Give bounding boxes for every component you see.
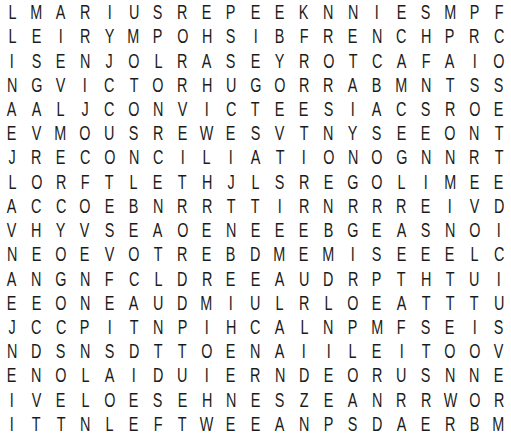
grid-cell[interactable]: A — [49, 0, 73, 24]
grid-cell[interactable]: E — [146, 170, 170, 194]
grid-cell[interactable]: S — [49, 339, 73, 363]
grid-cell[interactable]: V — [462, 194, 486, 218]
grid-cell[interactable]: T — [487, 145, 511, 169]
grid-cell[interactable]: O — [341, 363, 365, 387]
grid-cell[interactable]: O — [170, 24, 194, 48]
grid-cell[interactable]: F — [73, 170, 97, 194]
grid-cell[interactable]: E — [243, 266, 267, 290]
grid-cell[interactable]: C — [49, 194, 73, 218]
grid-cell[interactable]: L — [195, 145, 219, 169]
grid-cell[interactable]: T — [122, 315, 146, 339]
grid-cell[interactable]: G — [24, 73, 48, 97]
grid-cell[interactable]: T — [292, 121, 316, 145]
grid-cell[interactable]: D — [170, 266, 194, 290]
grid-cell[interactable]: A — [268, 412, 292, 436]
grid-cell[interactable]: A — [341, 73, 365, 97]
grid-cell[interactable]: I — [122, 363, 146, 387]
grid-cell[interactable]: N — [0, 73, 24, 97]
grid-cell[interactable]: I — [341, 242, 365, 266]
grid-cell[interactable]: E — [438, 315, 462, 339]
grid-cell[interactable]: M — [316, 242, 340, 266]
grid-cell[interactable]: A — [0, 194, 24, 218]
grid-cell[interactable]: S — [414, 363, 438, 387]
grid-cell[interactable]: I — [462, 315, 486, 339]
grid-cell[interactable]: M — [49, 121, 73, 145]
grid-cell[interactable]: C — [24, 315, 48, 339]
grid-cell[interactable]: L — [0, 0, 24, 24]
grid-cell[interactable]: J — [219, 170, 243, 194]
grid-cell[interactable]: I — [316, 339, 340, 363]
grid-cell[interactable]: L — [146, 266, 170, 290]
grid-cell[interactable]: L — [316, 291, 340, 315]
grid-cell[interactable]: O — [49, 242, 73, 266]
grid-cell[interactable]: A — [389, 48, 413, 72]
grid-cell[interactable]: E — [170, 388, 194, 412]
word-search-grid[interactable]: LMARIUSREPEEKNNIESMPFLEIRYMPOHSIBFRENCHP… — [0, 0, 511, 436]
grid-cell[interactable]: R — [195, 266, 219, 290]
grid-cell[interactable]: E — [243, 388, 267, 412]
grid-cell[interactable]: C — [73, 145, 97, 169]
grid-cell[interactable]: B — [365, 73, 389, 97]
grid-cell[interactable]: F — [414, 48, 438, 72]
grid-cell[interactable]: U — [243, 291, 267, 315]
grid-cell[interactable]: D — [316, 266, 340, 290]
grid-cell[interactable]: T — [438, 73, 462, 97]
grid-cell[interactable]: P — [341, 315, 365, 339]
grid-cell[interactable]: L — [0, 24, 24, 48]
grid-cell[interactable]: R — [24, 145, 48, 169]
grid-cell[interactable]: V — [49, 73, 73, 97]
grid-cell[interactable]: S — [122, 121, 146, 145]
grid-cell[interactable]: T — [414, 339, 438, 363]
grid-cell[interactable]: R — [170, 0, 194, 24]
grid-cell[interactable]: E — [0, 363, 24, 387]
grid-cell[interactable]: I — [49, 24, 73, 48]
grid-cell[interactable]: E — [243, 218, 267, 242]
grid-cell[interactable]: S — [219, 48, 243, 72]
grid-cell[interactable]: N — [365, 388, 389, 412]
grid-cell[interactable]: S — [414, 315, 438, 339]
grid-cell[interactable]: Y — [268, 48, 292, 72]
grid-cell[interactable]: R — [462, 24, 486, 48]
grid-cell[interactable]: C — [487, 242, 511, 266]
grid-cell[interactable]: I — [0, 388, 24, 412]
grid-cell[interactable]: G — [49, 266, 73, 290]
grid-cell[interactable]: N — [438, 218, 462, 242]
grid-cell[interactable]: R — [365, 194, 389, 218]
grid-cell[interactable]: S — [414, 0, 438, 24]
grid-cell[interactable]: M — [365, 315, 389, 339]
grid-cell[interactable]: S — [487, 73, 511, 97]
grid-cell[interactable]: A — [389, 412, 413, 436]
grid-cell[interactable]: T — [438, 291, 462, 315]
grid-cell[interactable]: E — [195, 0, 219, 24]
grid-cell[interactable]: T — [146, 242, 170, 266]
grid-cell[interactable]: R — [341, 194, 365, 218]
grid-cell[interactable]: R — [292, 170, 316, 194]
grid-cell[interactable]: T — [268, 145, 292, 169]
grid-cell[interactable]: O — [316, 48, 340, 72]
grid-cell[interactable]: R — [195, 194, 219, 218]
grid-cell[interactable]: M — [122, 24, 146, 48]
grid-cell[interactable]: E — [122, 412, 146, 436]
grid-cell[interactable]: W — [195, 121, 219, 145]
grid-cell[interactable]: N — [316, 121, 340, 145]
grid-cell[interactable]: N — [316, 194, 340, 218]
grid-cell[interactable]: O — [365, 170, 389, 194]
grid-cell[interactable]: S — [97, 339, 121, 363]
grid-cell[interactable]: M — [195, 291, 219, 315]
grid-cell[interactable]: U — [462, 266, 486, 290]
grid-cell[interactable]: E — [365, 218, 389, 242]
grid-cell[interactable]: D — [292, 363, 316, 387]
grid-cell[interactable]: D — [122, 339, 146, 363]
grid-cell[interactable]: S — [341, 412, 365, 436]
grid-cell[interactable]: N — [292, 412, 316, 436]
grid-cell[interactable]: E — [219, 339, 243, 363]
grid-cell[interactable]: U — [122, 0, 146, 24]
grid-cell[interactable]: L — [0, 170, 24, 194]
grid-cell[interactable]: W — [195, 412, 219, 436]
grid-cell[interactable]: C — [365, 48, 389, 72]
grid-cell[interactable]: R — [243, 363, 267, 387]
grid-cell[interactable]: S — [146, 0, 170, 24]
grid-cell[interactable]: G — [341, 170, 365, 194]
grid-cell[interactable]: R — [170, 194, 194, 218]
grid-cell[interactable]: J — [97, 48, 121, 72]
grid-cell[interactable]: O — [122, 242, 146, 266]
grid-cell[interactable]: E — [219, 412, 243, 436]
grid-cell[interactable]: M — [268, 242, 292, 266]
grid-cell[interactable]: M — [389, 73, 413, 97]
grid-cell[interactable]: I — [219, 145, 243, 169]
grid-cell[interactable]: R — [487, 388, 511, 412]
grid-cell[interactable]: S — [268, 388, 292, 412]
grid-cell[interactable]: L — [268, 291, 292, 315]
grid-cell[interactable]: E — [365, 291, 389, 315]
grid-cell[interactable]: R — [170, 48, 194, 72]
grid-cell[interactable]: N — [73, 266, 97, 290]
grid-cell[interactable]: E — [49, 388, 73, 412]
grid-cell[interactable]: N — [438, 145, 462, 169]
grid-cell[interactable]: E — [316, 388, 340, 412]
grid-cell[interactable]: T — [414, 291, 438, 315]
grid-cell[interactable]: E — [316, 363, 340, 387]
grid-cell[interactable]: E — [49, 48, 73, 72]
grid-cell[interactable]: N — [243, 339, 267, 363]
grid-cell[interactable]: E — [243, 412, 267, 436]
grid-cell[interactable]: H — [414, 24, 438, 48]
grid-cell[interactable]: N — [219, 388, 243, 412]
grid-cell[interactable]: U — [219, 73, 243, 97]
grid-cell[interactable]: H — [195, 24, 219, 48]
grid-cell[interactable]: N — [73, 412, 97, 436]
grid-cell[interactable]: N — [146, 97, 170, 121]
grid-cell[interactable]: V — [170, 97, 194, 121]
grid-cell[interactable]: N — [268, 363, 292, 387]
grid-cell[interactable]: N — [146, 194, 170, 218]
grid-cell[interactable]: N — [414, 73, 438, 97]
grid-cell[interactable]: R — [316, 24, 340, 48]
grid-cell[interactable]: L — [462, 242, 486, 266]
grid-cell[interactable]: Y — [49, 218, 73, 242]
grid-cell[interactable]: V — [0, 218, 24, 242]
grid-cell[interactable]: T — [146, 339, 170, 363]
grid-cell[interactable]: S — [487, 315, 511, 339]
grid-cell[interactable]: A — [268, 315, 292, 339]
grid-cell[interactable]: E — [414, 121, 438, 145]
grid-cell[interactable]: I — [365, 0, 389, 24]
grid-cell[interactable]: S — [97, 218, 121, 242]
grid-cell[interactable]: R — [316, 73, 340, 97]
grid-cell[interactable]: A — [0, 97, 24, 121]
grid-cell[interactable]: N — [24, 363, 48, 387]
grid-cell[interactable]: I — [195, 315, 219, 339]
grid-cell[interactable]: H — [414, 266, 438, 290]
grid-cell[interactable]: E — [268, 97, 292, 121]
grid-cell[interactable]: I — [243, 24, 267, 48]
grid-cell[interactable]: O — [438, 339, 462, 363]
grid-cell[interactable]: T — [49, 412, 73, 436]
grid-cell[interactable]: C — [122, 266, 146, 290]
grid-cell[interactable]: F — [146, 412, 170, 436]
grid-cell[interactable]: E — [487, 97, 511, 121]
grid-cell[interactable]: G — [243, 73, 267, 97]
grid-cell[interactable]: N — [73, 48, 97, 72]
grid-cell[interactable]: N — [219, 218, 243, 242]
grid-cell[interactable]: E — [487, 170, 511, 194]
grid-cell[interactable]: N — [341, 0, 365, 24]
grid-cell[interactable]: E — [389, 121, 413, 145]
grid-cell[interactable]: O — [122, 48, 146, 72]
grid-cell[interactable]: N — [146, 315, 170, 339]
grid-cell[interactable]: C — [389, 97, 413, 121]
grid-cell[interactable]: R — [438, 97, 462, 121]
grid-cell[interactable]: V — [268, 121, 292, 145]
grid-cell[interactable]: R — [49, 170, 73, 194]
grid-cell[interactable]: N — [341, 145, 365, 169]
grid-cell[interactable]: E — [414, 242, 438, 266]
grid-cell[interactable]: I — [97, 0, 121, 24]
grid-cell[interactable]: C — [487, 24, 511, 48]
grid-cell[interactable]: O — [462, 97, 486, 121]
grid-cell[interactable]: T — [170, 412, 194, 436]
grid-cell[interactable]: E — [243, 48, 267, 72]
grid-cell[interactable]: S — [24, 48, 48, 72]
grid-cell[interactable]: N — [24, 266, 48, 290]
grid-cell[interactable]: E — [73, 242, 97, 266]
grid-cell[interactable]: L — [73, 388, 97, 412]
grid-cell[interactable]: V — [487, 339, 511, 363]
grid-cell[interactable]: B — [316, 218, 340, 242]
grid-cell[interactable]: E — [122, 388, 146, 412]
grid-cell[interactable]: N — [462, 363, 486, 387]
grid-cell[interactable]: E — [365, 339, 389, 363]
grid-cell[interactable]: E — [292, 242, 316, 266]
grid-cell[interactable]: A — [438, 48, 462, 72]
grid-cell[interactable]: P — [316, 412, 340, 436]
grid-cell[interactable]: D — [24, 339, 48, 363]
grid-cell[interactable]: T — [389, 266, 413, 290]
grid-cell[interactable]: L — [341, 339, 365, 363]
grid-cell[interactable]: M — [438, 170, 462, 194]
grid-cell[interactable]: I — [487, 218, 511, 242]
grid-cell[interactable]: I — [0, 412, 24, 436]
grid-cell[interactable]: A — [122, 291, 146, 315]
grid-cell[interactable]: U — [487, 291, 511, 315]
grid-cell[interactable]: O — [24, 170, 48, 194]
grid-cell[interactable]: K — [292, 0, 316, 24]
grid-cell[interactable]: E — [49, 145, 73, 169]
grid-cell[interactable]: O — [170, 218, 194, 242]
grid-cell[interactable]: E — [170, 121, 194, 145]
grid-cell[interactable]: L — [146, 48, 170, 72]
grid-cell[interactable]: E — [24, 291, 48, 315]
grid-cell[interactable]: A — [24, 97, 48, 121]
grid-cell[interactable]: L — [49, 97, 73, 121]
grid-cell[interactable]: R — [341, 266, 365, 290]
grid-cell[interactable]: F — [292, 24, 316, 48]
grid-cell[interactable]: U — [170, 363, 194, 387]
grid-cell[interactable]: A — [195, 48, 219, 72]
grid-cell[interactable]: E — [219, 266, 243, 290]
grid-cell[interactable]: I — [195, 97, 219, 121]
grid-cell[interactable]: R — [389, 194, 413, 218]
grid-cell[interactable]: N — [0, 242, 24, 266]
grid-cell[interactable]: R — [462, 145, 486, 169]
grid-cell[interactable]: E — [195, 242, 219, 266]
grid-cell[interactable]: E — [292, 97, 316, 121]
grid-cell[interactable]: R — [414, 388, 438, 412]
grid-cell[interactable]: R — [292, 48, 316, 72]
grid-cell[interactable]: M — [438, 0, 462, 24]
grid-cell[interactable]: M — [24, 0, 48, 24]
grid-cell[interactable]: B — [122, 194, 146, 218]
grid-cell[interactable]: S — [462, 73, 486, 97]
grid-cell[interactable]: I — [414, 170, 438, 194]
grid-cell[interactable]: S — [243, 121, 267, 145]
grid-cell[interactable]: T — [341, 48, 365, 72]
grid-cell[interactable]: E — [219, 121, 243, 145]
grid-cell[interactable]: E — [414, 194, 438, 218]
grid-cell[interactable]: O — [49, 291, 73, 315]
grid-cell[interactable]: R — [292, 291, 316, 315]
grid-cell[interactable]: C — [146, 145, 170, 169]
grid-cell[interactable]: H — [195, 170, 219, 194]
grid-cell[interactable]: I — [73, 73, 97, 97]
grid-cell[interactable]: S — [146, 388, 170, 412]
grid-cell[interactable]: Y — [341, 121, 365, 145]
grid-cell[interactable]: E — [462, 170, 486, 194]
grid-cell[interactable]: T — [438, 266, 462, 290]
grid-cell[interactable]: W — [438, 388, 462, 412]
grid-cell[interactable]: E — [292, 218, 316, 242]
grid-cell[interactable]: I — [462, 48, 486, 72]
grid-cell[interactable]: A — [341, 388, 365, 412]
grid-cell[interactable]: A — [365, 97, 389, 121]
grid-cell[interactable]: D — [243, 242, 267, 266]
grid-cell[interactable]: E — [341, 24, 365, 48]
grid-cell[interactable]: O — [341, 291, 365, 315]
grid-cell[interactable]: A — [97, 363, 121, 387]
grid-cell[interactable]: L — [292, 315, 316, 339]
grid-cell[interactable]: T — [243, 194, 267, 218]
grid-cell[interactable]: E — [97, 291, 121, 315]
grid-cell[interactable]: L — [73, 363, 97, 387]
grid-cell[interactable]: O — [438, 121, 462, 145]
grid-cell[interactable]: A — [0, 266, 24, 290]
grid-cell[interactable]: I — [195, 363, 219, 387]
grid-cell[interactable]: C — [24, 194, 48, 218]
grid-cell[interactable]: S — [268, 170, 292, 194]
grid-cell[interactable]: T — [243, 97, 267, 121]
grid-cell[interactable]: F — [487, 0, 511, 24]
grid-cell[interactable]: R — [365, 363, 389, 387]
grid-cell[interactable]: A — [268, 339, 292, 363]
grid-cell[interactable]: T — [97, 170, 121, 194]
grid-cell[interactable]: T — [24, 412, 48, 436]
grid-cell[interactable]: D — [146, 363, 170, 387]
grid-cell[interactable]: T — [170, 339, 194, 363]
grid-cell[interactable]: Y — [97, 24, 121, 48]
grid-cell[interactable]: E — [243, 0, 267, 24]
grid-cell[interactable]: O — [146, 73, 170, 97]
grid-cell[interactable]: U — [292, 266, 316, 290]
grid-cell[interactable]: O — [268, 73, 292, 97]
grid-cell[interactable]: N — [365, 24, 389, 48]
grid-cell[interactable]: I — [219, 291, 243, 315]
grid-cell[interactable]: T — [122, 73, 146, 97]
grid-cell[interactable]: S — [365, 121, 389, 145]
grid-cell[interactable]: N — [438, 363, 462, 387]
grid-cell[interactable]: E — [414, 412, 438, 436]
grid-cell[interactable]: R — [73, 24, 97, 48]
grid-cell[interactable]: O — [365, 145, 389, 169]
grid-cell[interactable]: J — [73, 97, 97, 121]
grid-cell[interactable]: I — [170, 145, 194, 169]
grid-cell[interactable]: O — [122, 97, 146, 121]
grid-cell[interactable]: R — [170, 73, 194, 97]
grid-cell[interactable]: R — [73, 0, 97, 24]
grid-cell[interactable]: P — [170, 315, 194, 339]
grid-cell[interactable]: O — [462, 339, 486, 363]
grid-cell[interactable]: E — [487, 363, 511, 387]
grid-cell[interactable]: L — [122, 170, 146, 194]
grid-cell[interactable]: C — [389, 24, 413, 48]
grid-cell[interactable]: U — [97, 121, 121, 145]
grid-cell[interactable]: L — [97, 412, 121, 436]
grid-cell[interactable]: R — [438, 412, 462, 436]
grid-cell[interactable]: E — [24, 242, 48, 266]
grid-cell[interactable]: E — [389, 0, 413, 24]
grid-cell[interactable]: S — [316, 97, 340, 121]
grid-cell[interactable]: P — [438, 24, 462, 48]
grid-cell[interactable]: V — [97, 242, 121, 266]
grid-cell[interactable]: I — [0, 48, 24, 72]
grid-cell[interactable]: E — [122, 218, 146, 242]
grid-cell[interactable]: S — [414, 97, 438, 121]
grid-cell[interactable]: N — [0, 339, 24, 363]
grid-cell[interactable]: I — [389, 339, 413, 363]
grid-cell[interactable]: P — [146, 24, 170, 48]
grid-cell[interactable]: S — [365, 242, 389, 266]
grid-cell[interactable]: S — [414, 218, 438, 242]
grid-cell[interactable]: V — [73, 218, 97, 242]
grid-cell[interactable]: Z — [292, 388, 316, 412]
grid-cell[interactable]: B — [268, 24, 292, 48]
grid-cell[interactable]: T — [462, 291, 486, 315]
grid-cell[interactable]: R — [146, 121, 170, 145]
